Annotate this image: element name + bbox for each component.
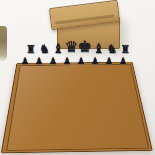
chess-board-area: ♜♞♝♛♚♝♞♜♟♟♟♟♟♟♟♟ bbox=[1, 42, 154, 153]
piece-black-rook-h8: ♜ bbox=[118, 44, 134, 55]
chess-board-frame bbox=[1, 62, 153, 153]
piece-black-pawn-h7: ♟ bbox=[115, 57, 131, 66]
chess-board bbox=[6, 64, 149, 151]
chess-set-photo: ♜♞♝♛♚♝♞♜♟♟♟♟♟♟♟♟ bbox=[0, 0, 155, 155]
